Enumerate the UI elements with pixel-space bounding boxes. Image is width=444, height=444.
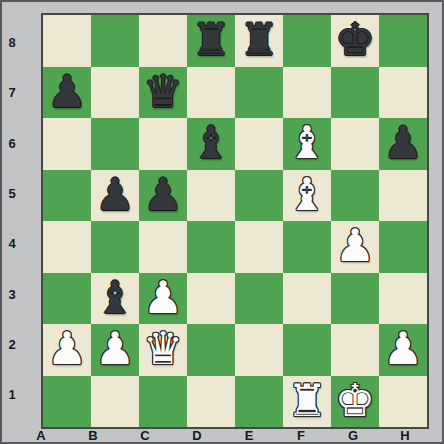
piece-black-pawn[interactable]: ♟ [143, 172, 183, 217]
square-f1[interactable]: ♜ [283, 376, 331, 428]
square-g1[interactable]: ♚ [331, 376, 379, 428]
square-h2[interactable]: ♟ [379, 324, 427, 376]
file-label-b: B [88, 428, 97, 443]
square-c7[interactable]: ♛ [139, 67, 187, 119]
file-label-d: D [192, 428, 201, 443]
piece-white-pawn[interactable]: ♟ [383, 326, 423, 371]
square-b8[interactable] [91, 15, 139, 67]
square-e2[interactable] [235, 324, 283, 376]
piece-black-king[interactable]: ♚ [335, 17, 375, 62]
square-f7[interactable] [283, 67, 331, 119]
square-f2[interactable] [283, 324, 331, 376]
rank-label-8: 8 [8, 35, 15, 50]
square-c3[interactable]: ♟ [139, 273, 187, 325]
square-e1[interactable] [235, 376, 283, 428]
square-a5[interactable] [43, 170, 91, 222]
piece-white-rook[interactable]: ♜ [287, 378, 327, 423]
square-a2[interactable]: ♟ [43, 324, 91, 376]
square-g3[interactable] [331, 273, 379, 325]
square-b1[interactable] [91, 376, 139, 428]
piece-black-pawn[interactable]: ♟ [383, 120, 423, 165]
rank-label-7: 7 [8, 85, 15, 100]
square-g8[interactable]: ♚ [331, 15, 379, 67]
square-a8[interactable] [43, 15, 91, 67]
piece-white-pawn[interactable]: ♟ [47, 326, 87, 371]
square-c1[interactable] [139, 376, 187, 428]
piece-white-queen[interactable]: ♛ [143, 326, 183, 371]
piece-black-pawn[interactable]: ♟ [47, 69, 87, 114]
square-f5[interactable]: ♝ [283, 170, 331, 222]
piece-white-king[interactable]: ♚ [335, 378, 375, 423]
chess-board-screenshot: ♜♜♚♟♛♝♝♟♟♟♝♟♝♟♟♟♛♟♜♚ 87654321 ABCDEFGH [0, 0, 444, 444]
square-f3[interactable] [283, 273, 331, 325]
piece-black-rook[interactable]: ♜ [239, 17, 279, 62]
file-label-a: A [36, 428, 45, 443]
piece-black-bishop[interactable]: ♝ [191, 120, 231, 165]
square-f8[interactable] [283, 15, 331, 67]
file-label-h: H [400, 428, 409, 443]
piece-white-pawn[interactable]: ♟ [335, 223, 375, 268]
piece-black-pawn[interactable]: ♟ [95, 172, 135, 217]
file-label-e: E [245, 428, 254, 443]
file-label-f: F [297, 428, 305, 443]
square-d3[interactable] [187, 273, 235, 325]
piece-white-pawn[interactable]: ♟ [143, 275, 183, 320]
square-g7[interactable] [331, 67, 379, 119]
piece-white-pawn[interactable]: ♟ [95, 326, 135, 371]
square-d2[interactable] [187, 324, 235, 376]
rank-label-3: 3 [8, 286, 15, 301]
square-d1[interactable] [187, 376, 235, 428]
square-h8[interactable] [379, 15, 427, 67]
square-c4[interactable] [139, 221, 187, 273]
square-h1[interactable] [379, 376, 427, 428]
piece-white-bishop[interactable]: ♝ [287, 120, 327, 165]
square-c8[interactable] [139, 15, 187, 67]
square-a7[interactable]: ♟ [43, 67, 91, 119]
rank-label-4: 4 [8, 236, 15, 251]
square-e4[interactable] [235, 221, 283, 273]
square-a4[interactable] [43, 221, 91, 273]
square-h6[interactable]: ♟ [379, 118, 427, 170]
square-a6[interactable] [43, 118, 91, 170]
square-h4[interactable] [379, 221, 427, 273]
piece-white-bishop[interactable]: ♝ [287, 172, 327, 217]
square-a3[interactable] [43, 273, 91, 325]
rank-label-1: 1 [8, 387, 15, 402]
square-h5[interactable] [379, 170, 427, 222]
file-label-g: G [348, 428, 358, 443]
square-f4[interactable] [283, 221, 331, 273]
square-d5[interactable] [187, 170, 235, 222]
square-c2[interactable]: ♛ [139, 324, 187, 376]
square-b2[interactable]: ♟ [91, 324, 139, 376]
square-c6[interactable] [139, 118, 187, 170]
square-e6[interactable] [235, 118, 283, 170]
square-d4[interactable] [187, 221, 235, 273]
rank-label-5: 5 [8, 185, 15, 200]
piece-black-queen[interactable]: ♛ [143, 69, 183, 114]
square-h3[interactable] [379, 273, 427, 325]
square-a1[interactable] [43, 376, 91, 428]
square-b7[interactable] [91, 67, 139, 119]
square-e3[interactable] [235, 273, 283, 325]
square-g6[interactable] [331, 118, 379, 170]
piece-black-bishop[interactable]: ♝ [95, 275, 135, 320]
chess-board: ♜♜♚♟♛♝♝♟♟♟♝♟♝♟♟♟♛♟♜♚ [41, 13, 429, 429]
square-b6[interactable] [91, 118, 139, 170]
rank-label-6: 6 [8, 135, 15, 150]
square-e8[interactable]: ♜ [235, 15, 283, 67]
piece-black-rook[interactable]: ♜ [191, 17, 231, 62]
square-f6[interactable]: ♝ [283, 118, 331, 170]
square-g5[interactable] [331, 170, 379, 222]
rank-label-2: 2 [8, 336, 15, 351]
square-e7[interactable] [235, 67, 283, 119]
square-d8[interactable]: ♜ [187, 15, 235, 67]
square-d7[interactable] [187, 67, 235, 119]
square-h7[interactable] [379, 67, 427, 119]
square-b4[interactable] [91, 221, 139, 273]
square-b3[interactable]: ♝ [91, 273, 139, 325]
square-g4[interactable]: ♟ [331, 221, 379, 273]
square-e5[interactable] [235, 170, 283, 222]
square-d6[interactable]: ♝ [187, 118, 235, 170]
square-b5[interactable]: ♟ [91, 170, 139, 222]
square-c5[interactable]: ♟ [139, 170, 187, 222]
file-label-c: C [140, 428, 149, 443]
square-g2[interactable] [331, 324, 379, 376]
